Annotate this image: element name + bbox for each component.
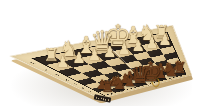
rank-label: 4	[64, 79, 70, 81]
rank-label: 6	[81, 87, 86, 89]
file-label: c	[130, 88, 133, 89]
rank-label: 5	[73, 83, 79, 85]
file-label: h	[180, 76, 182, 78]
file-label: b	[120, 91, 124, 93]
rank-label: 1	[29, 62, 37, 65]
product-photo: abcdefgh12345678 ♜♞♝♛♚♝♞♜♟♟♟♟♟♟♟♟♟♟♟♟♟♟♟…	[0, 0, 200, 111]
rank-label: 7	[88, 91, 93, 93]
file-label: g	[170, 78, 173, 80]
file-label: d	[141, 86, 144, 88]
brand-stamp-illegible	[95, 96, 109, 101]
rank-label: 3	[54, 74, 61, 76]
brass-clasp-icon	[148, 72, 163, 87]
file-label: a	[109, 94, 113, 96]
rank-label: 2	[42, 68, 50, 71]
